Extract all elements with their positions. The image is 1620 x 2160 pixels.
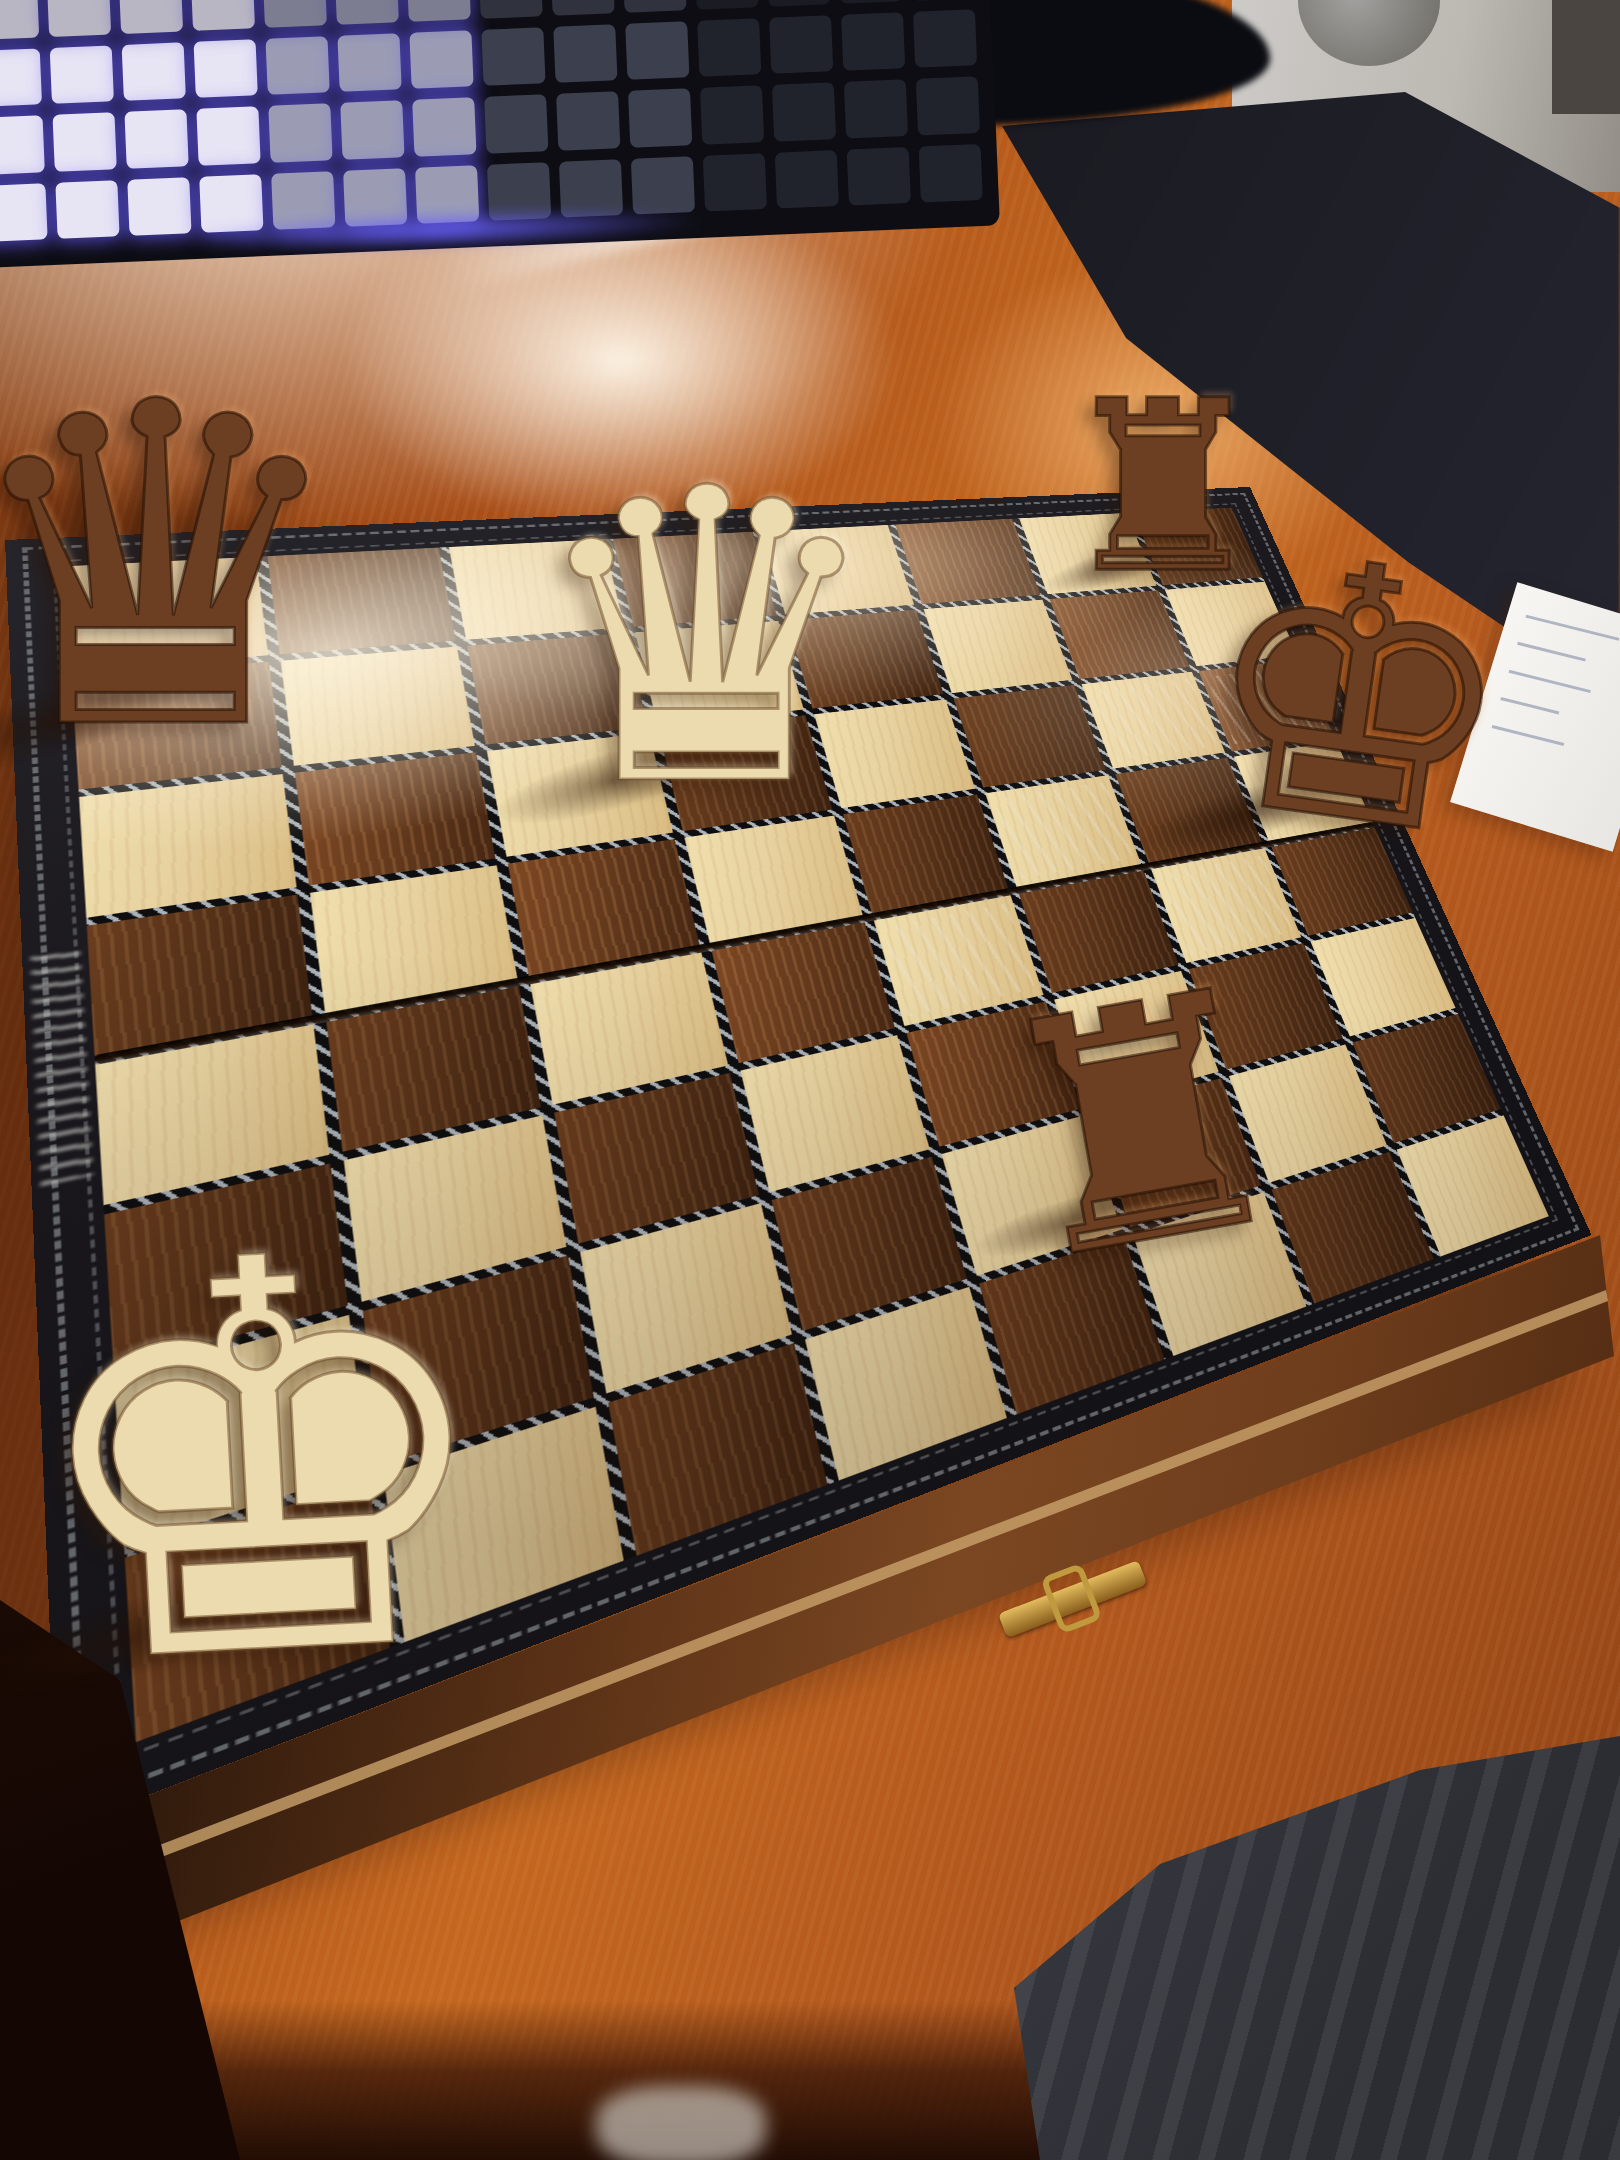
- piece-black-king-h5[interactable]: ♚: [1159, 499, 1555, 895]
- photo-scene: ♛♛♜♚♜♚ 7r/q7/3Q4/7k/8/8/5r2/K7 w - - 0 1: [0, 0, 1620, 2160]
- pieces-layer: ♛♛♜♚♜♚: [0, 0, 1620, 2160]
- piece-black-queen-a7[interactable]: ♛: [0, 345, 378, 791]
- piece-black-rook-f2[interactable]: ♜: [954, 938, 1329, 1313]
- piece-white-queen-d6[interactable]: ♛: [504, 437, 909, 842]
- piece-white-king-a1[interactable]: ♚: [0, 1178, 546, 1746]
